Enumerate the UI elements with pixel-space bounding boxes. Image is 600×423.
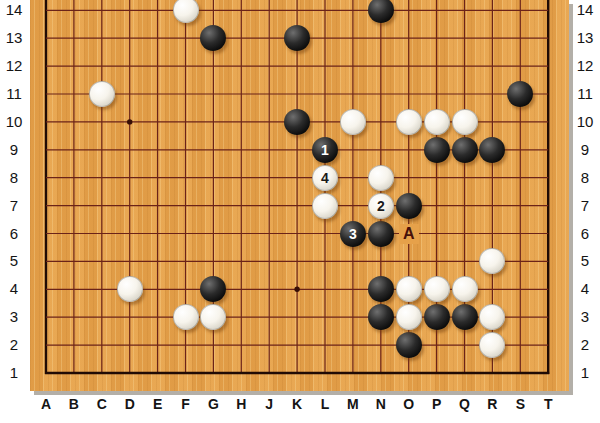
row-label-right-10: 10 <box>571 113 599 131</box>
move-number-2: 2 <box>377 199 385 213</box>
move-number-1: 1 <box>321 143 329 157</box>
row-label-left-7: 7 <box>0 197 28 215</box>
column-label-Q: Q <box>455 395 475 413</box>
row-label-left-9: 9 <box>0 141 28 159</box>
white-stone-O3 <box>396 304 422 330</box>
white-stone-L8: 4 <box>312 165 338 191</box>
white-stone-N8 <box>368 165 394 191</box>
white-stone-M10 <box>340 109 366 135</box>
column-label-P: P <box>427 395 447 413</box>
column-label-E: E <box>148 395 168 413</box>
row-label-right-9: 9 <box>571 141 599 159</box>
row-label-left-5: 5 <box>0 252 28 270</box>
white-stone-N7: 2 <box>368 193 394 219</box>
move-number-3: 3 <box>349 227 357 241</box>
black-stone-O2 <box>396 332 422 358</box>
row-label-right-1: 1 <box>571 364 599 382</box>
row-label-right-5: 5 <box>571 252 599 270</box>
row-label-left-8: 8 <box>0 169 28 187</box>
column-label-J: J <box>259 395 279 413</box>
white-stone-P4 <box>424 276 450 302</box>
row-label-left-1: 1 <box>0 364 28 382</box>
column-label-O: O <box>399 395 419 413</box>
row-label-right-4: 4 <box>571 280 599 298</box>
row-label-right-13: 13 <box>571 29 599 47</box>
white-stone-Q4 <box>452 276 478 302</box>
white-stone-C11 <box>89 81 115 107</box>
row-label-left-6: 6 <box>0 225 28 243</box>
row-label-left-14: 14 <box>0 1 28 19</box>
column-label-K: K <box>287 395 307 413</box>
star-point-K4 <box>294 287 299 292</box>
column-label-R: R <box>482 395 502 413</box>
column-label-F: F <box>176 395 196 413</box>
row-label-left-13: 13 <box>0 29 28 47</box>
row-label-left-10: 10 <box>0 113 28 131</box>
row-label-left-12: 12 <box>0 57 28 75</box>
black-stone-K10 <box>284 109 310 135</box>
row-label-left-2: 2 <box>0 336 28 354</box>
black-stone-R9 <box>479 137 505 163</box>
black-stone-N4 <box>368 276 394 302</box>
row-label-right-14: 14 <box>571 1 599 19</box>
black-stone-M6: 3 <box>340 221 366 247</box>
black-stone-N6 <box>368 221 394 247</box>
black-stone-P9 <box>424 137 450 163</box>
white-stone-D4 <box>117 276 143 302</box>
white-stone-F3 <box>173 304 199 330</box>
black-stone-Q3 <box>452 304 478 330</box>
row-label-right-12: 12 <box>571 57 599 75</box>
go-board: 1324A <box>30 0 569 391</box>
column-label-D: D <box>120 395 140 413</box>
white-stone-Q10 <box>452 109 478 135</box>
column-label-T: T <box>538 395 558 413</box>
row-label-right-2: 2 <box>571 336 599 354</box>
black-stone-N3 <box>368 304 394 330</box>
row-label-left-4: 4 <box>0 280 28 298</box>
black-stone-L9: 1 <box>312 137 338 163</box>
column-label-L: L <box>315 395 335 413</box>
white-stone-P10 <box>424 109 450 135</box>
column-label-H: H <box>231 395 251 413</box>
row-label-left-3: 3 <box>0 308 28 326</box>
column-label-S: S <box>510 395 530 413</box>
row-label-right-3: 3 <box>571 308 599 326</box>
row-label-right-8: 8 <box>571 169 599 187</box>
star-point-D10 <box>127 119 132 124</box>
move-number-4: 4 <box>321 171 329 185</box>
marker-A-O6: A <box>399 224 419 244</box>
row-label-right-11: 11 <box>571 85 599 103</box>
row-label-right-6: 6 <box>571 225 599 243</box>
row-label-left-11: 11 <box>0 85 28 103</box>
go-diagram: 1324A 1413121110987654321141312111098765… <box>0 0 600 423</box>
column-label-G: G <box>203 395 223 413</box>
white-stone-L7 <box>312 193 338 219</box>
column-label-B: B <box>64 395 84 413</box>
white-stone-O4 <box>396 276 422 302</box>
black-stone-O7 <box>396 193 422 219</box>
column-label-M: M <box>343 395 363 413</box>
column-label-N: N <box>371 395 391 413</box>
black-stone-Q9 <box>452 137 478 163</box>
column-label-A: A <box>36 395 56 413</box>
row-label-right-7: 7 <box>571 197 599 215</box>
black-stone-P3 <box>424 304 450 330</box>
column-label-C: C <box>92 395 112 413</box>
white-stone-O10 <box>396 109 422 135</box>
